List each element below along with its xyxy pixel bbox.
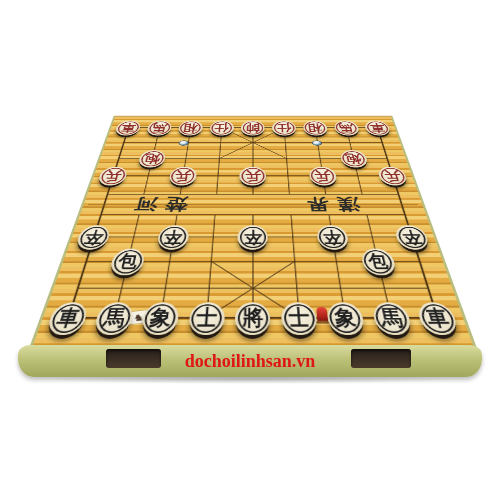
piece-black-horse[interactable]: 馬 bbox=[93, 302, 136, 335]
piece-ring: 卒 bbox=[158, 227, 187, 248]
piece-glyph: 象 bbox=[148, 307, 172, 328]
piece-black-cannon[interactable]: 包 bbox=[108, 248, 146, 275]
piece-glyph: 車 bbox=[424, 307, 452, 328]
piece-ring: 卒 bbox=[240, 227, 267, 248]
board-intersection bbox=[186, 274, 232, 302]
board-intersection bbox=[383, 204, 428, 225]
board-intersection: 兵 bbox=[164, 167, 202, 185]
board-intersection: 仕 bbox=[268, 121, 300, 135]
piece-black-elephant[interactable]: 象 bbox=[140, 302, 180, 335]
board-intersection bbox=[237, 135, 270, 150]
board-intersection bbox=[332, 135, 368, 150]
board-intersection bbox=[117, 204, 160, 225]
piece-ring: 卒 bbox=[318, 227, 347, 248]
piece-ring: 包 bbox=[111, 250, 144, 273]
piece-black-soldier[interactable]: 卒 bbox=[75, 225, 113, 249]
board-intersection bbox=[269, 150, 304, 167]
piece-ring: 馬 bbox=[148, 121, 172, 134]
board-intersection: 相 bbox=[174, 121, 207, 135]
board-intersection bbox=[314, 249, 360, 275]
piece-red-soldier[interactable]: 兵 bbox=[97, 167, 129, 186]
piece-glyph: 將 bbox=[242, 307, 263, 328]
board-intersection bbox=[301, 135, 336, 150]
board-intersection bbox=[204, 135, 238, 150]
board-intersection bbox=[274, 274, 320, 302]
board-intersection: 帥 bbox=[237, 121, 269, 135]
board-intersection bbox=[160, 185, 199, 204]
board-intersection bbox=[234, 204, 273, 225]
piece-black-soldier[interactable]: 卒 bbox=[393, 225, 431, 249]
piece-red-soldier[interactable]: 兵 bbox=[377, 167, 409, 186]
piece-red-chariot[interactable]: 車 bbox=[114, 120, 142, 135]
piece-red-horse[interactable]: 馬 bbox=[333, 120, 360, 135]
piece-glyph: 兵 bbox=[383, 170, 403, 182]
board-intersection bbox=[61, 249, 111, 275]
board-intersection bbox=[51, 274, 104, 302]
board-intersection bbox=[232, 249, 275, 275]
piece-glyph: 兵 bbox=[314, 170, 332, 182]
board-intersection bbox=[350, 226, 395, 249]
piece-black-soldier[interactable]: 卒 bbox=[238, 225, 269, 249]
piece-red-elephant[interactable]: 相 bbox=[302, 120, 328, 135]
board-intersection: 卒 bbox=[311, 226, 354, 249]
piece-black-advisor[interactable]: 士 bbox=[187, 302, 225, 335]
piece-red-chariot[interactable]: 車 bbox=[364, 120, 392, 135]
watermark-text: dochoilinhsan.vn bbox=[18, 351, 482, 372]
board-intersection bbox=[273, 249, 317, 275]
piece-ring: 相 bbox=[179, 121, 201, 134]
piece-red-horse[interactable]: 馬 bbox=[146, 120, 173, 135]
board-intersection: 卒 bbox=[151, 226, 194, 249]
piece-ring: 帥 bbox=[243, 121, 264, 134]
piece-ring: 將 bbox=[237, 304, 268, 333]
piece-glyph: 象 bbox=[333, 307, 357, 328]
piece-ring: 兵 bbox=[241, 168, 264, 184]
piece-glyph: 仕 bbox=[214, 123, 229, 133]
piece-black-advisor[interactable]: 士 bbox=[281, 302, 319, 335]
piece-ring: 兵 bbox=[99, 168, 127, 184]
board-intersection bbox=[272, 204, 312, 225]
board-intersection bbox=[364, 135, 401, 150]
board-intersection: 馬 bbox=[329, 121, 364, 135]
board-intersection bbox=[236, 150, 270, 167]
board-intersection: 車 bbox=[110, 121, 146, 135]
board-intersection: 兵 bbox=[235, 167, 271, 185]
piece-glyph: 車 bbox=[120, 123, 137, 133]
board-intersection: 兵 bbox=[373, 167, 414, 185]
board-intersection bbox=[138, 135, 174, 150]
piece-glyph: 馬 bbox=[338, 123, 354, 133]
piece-glyph: 包 bbox=[367, 253, 390, 270]
piece-red-general[interactable]: 帥 bbox=[241, 120, 265, 135]
board-intersection: 包 bbox=[355, 249, 403, 275]
piece-glyph: 馬 bbox=[379, 307, 405, 328]
piece-glyph: 車 bbox=[54, 307, 82, 328]
board-intersection bbox=[86, 185, 129, 204]
board-intersection bbox=[368, 150, 407, 167]
board-intersection: 車 bbox=[360, 121, 396, 135]
piece-red-soldier[interactable]: 兵 bbox=[168, 167, 197, 186]
board-intersection: 士 bbox=[275, 303, 324, 334]
piece-ring: 仕 bbox=[211, 121, 232, 134]
board-intersection: 馬 bbox=[142, 121, 177, 135]
board-intersection bbox=[269, 135, 303, 150]
piece-glyph: 卒 bbox=[163, 229, 183, 245]
piece-ring: 兵 bbox=[310, 168, 336, 184]
piece-glyph: 士 bbox=[195, 307, 218, 328]
board-intersection bbox=[346, 204, 389, 225]
board-intersection bbox=[339, 167, 378, 185]
piece-red-soldier[interactable]: 兵 bbox=[308, 167, 337, 186]
board-intersection bbox=[156, 204, 197, 225]
board-intersection: 相 bbox=[299, 121, 332, 135]
board-intersection: 炮 bbox=[133, 150, 170, 167]
board-intersection bbox=[309, 204, 350, 225]
board-intersection bbox=[146, 249, 192, 275]
piece-red-elephant[interactable]: 相 bbox=[177, 120, 203, 135]
board-intersection: 將 bbox=[229, 303, 276, 334]
board-intersection bbox=[192, 226, 234, 249]
piece-glyph: 卒 bbox=[322, 229, 342, 245]
piece-ring: 車 bbox=[116, 121, 141, 134]
piece-ring: 象 bbox=[328, 304, 363, 333]
piece-glyph: 卒 bbox=[244, 229, 262, 245]
piece-red-cannon[interactable]: 炮 bbox=[339, 150, 369, 167]
piece-ring: 馬 bbox=[373, 304, 410, 333]
board-intersection: 包 bbox=[104, 249, 152, 275]
board-intersection bbox=[96, 274, 147, 302]
board-intersection: 士 bbox=[182, 303, 231, 334]
piece-glyph: 炮 bbox=[143, 153, 161, 164]
board-intersection bbox=[105, 135, 142, 150]
board-intersection bbox=[111, 226, 156, 249]
piece-ring: 士 bbox=[190, 304, 223, 333]
board-intersection bbox=[271, 185, 309, 204]
piece-glyph: 卒 bbox=[401, 229, 424, 245]
board-intersection bbox=[197, 185, 235, 204]
piece-glyph: 相 bbox=[183, 123, 199, 133]
board-intersection: 炮 bbox=[335, 150, 372, 167]
piece-red-soldier[interactable]: 兵 bbox=[239, 167, 266, 186]
board-intersection: 象 bbox=[134, 303, 185, 334]
piece-black-chariot[interactable]: 車 bbox=[415, 302, 460, 335]
board-intersection: 仕 bbox=[205, 121, 237, 135]
board-intersection bbox=[202, 150, 237, 167]
board-intersection bbox=[272, 226, 314, 249]
piece-ring: 車 bbox=[48, 304, 87, 333]
board-intersection bbox=[141, 274, 189, 302]
board-intersection bbox=[128, 167, 167, 185]
board-intersection: 卒 bbox=[70, 226, 117, 249]
piece-glyph: 馬 bbox=[151, 123, 167, 133]
piece-red-advisor[interactable]: 仕 bbox=[209, 120, 234, 135]
piece-red-advisor[interactable]: 仕 bbox=[272, 120, 297, 135]
board-intersection: 卒 bbox=[389, 226, 436, 249]
piece-ring: 包 bbox=[362, 250, 395, 273]
piece-ring: 相 bbox=[304, 121, 326, 134]
piece-ring: 兵 bbox=[170, 168, 196, 184]
board-intersection bbox=[195, 204, 235, 225]
board-intersection: 兵 bbox=[93, 167, 134, 185]
board-intersection bbox=[342, 185, 383, 204]
piece-black-elephant[interactable]: 象 bbox=[326, 302, 366, 335]
piece-ring: 馬 bbox=[335, 121, 359, 134]
piece-glyph: 兵 bbox=[103, 170, 123, 182]
board-intersection: 兵 bbox=[304, 167, 342, 185]
piece-red-cannon[interactable]: 炮 bbox=[137, 150, 167, 167]
board-intersection bbox=[167, 150, 203, 167]
board-intersection bbox=[395, 249, 445, 275]
board-intersection bbox=[171, 135, 206, 150]
board-intersection bbox=[317, 274, 365, 302]
board-intersection: 卒 bbox=[233, 226, 274, 249]
board-intersection bbox=[123, 185, 164, 204]
board-intersection bbox=[306, 185, 345, 204]
piece-glyph: 包 bbox=[116, 253, 139, 270]
board-intersection bbox=[189, 249, 233, 275]
piece-black-soldier[interactable]: 卒 bbox=[156, 225, 190, 249]
piece-ring: 車 bbox=[418, 304, 457, 333]
board-intersection: 馬 bbox=[87, 303, 141, 334]
piece-black-horse[interactable]: 馬 bbox=[371, 302, 414, 335]
piece-glyph: 帥 bbox=[246, 123, 260, 133]
piece-glyph: 馬 bbox=[101, 307, 127, 328]
piece-black-soldier[interactable]: 卒 bbox=[316, 225, 350, 249]
board-intersection bbox=[234, 185, 271, 204]
board-intersection bbox=[99, 150, 138, 167]
piece-ring: 馬 bbox=[96, 304, 133, 333]
piece-ring: 象 bbox=[143, 304, 178, 333]
board-intersection: 象 bbox=[320, 303, 371, 334]
piece-ring: 炮 bbox=[341, 151, 367, 166]
piece-glyph: 炮 bbox=[345, 153, 363, 164]
piece-glyph: 兵 bbox=[245, 170, 261, 182]
board-intersection bbox=[378, 185, 421, 204]
product-photo-scene: 楚河 漢界 ♞ 車馬相仕帥仕相馬車炮炮兵兵兵兵兵卒卒卒卒卒包包車馬象士將士象馬車… bbox=[0, 0, 500, 500]
piece-ring: 仕 bbox=[274, 121, 295, 134]
piece-glyph: 仕 bbox=[277, 123, 292, 133]
piece-glyph: 兵 bbox=[174, 170, 192, 182]
piece-ring: 卒 bbox=[77, 227, 110, 248]
piece-glyph: 卒 bbox=[82, 229, 105, 245]
piece-ring: 炮 bbox=[139, 151, 165, 166]
board-intersection bbox=[270, 167, 306, 185]
board-intersection bbox=[78, 204, 123, 225]
board-intersection bbox=[302, 150, 338, 167]
piece-black-general[interactable]: 將 bbox=[235, 302, 271, 335]
piece-glyph: 車 bbox=[369, 123, 386, 133]
piece-black-chariot[interactable]: 車 bbox=[45, 302, 90, 335]
piece-ring: 車 bbox=[365, 121, 390, 134]
piece-ring: 士 bbox=[283, 304, 316, 333]
board-intersection bbox=[231, 274, 276, 302]
board-front-edge: dochoilinhsan.vn bbox=[18, 345, 482, 377]
piece-glyph: 相 bbox=[308, 123, 324, 133]
piece-black-cannon[interactable]: 包 bbox=[359, 248, 397, 275]
board-intersection bbox=[200, 167, 236, 185]
piece-glyph: 士 bbox=[288, 307, 311, 328]
piece-ring: 兵 bbox=[379, 168, 407, 184]
piece-ring: 卒 bbox=[396, 227, 429, 248]
xiangqi-board: 楚河 漢界 ♞ 車馬相仕帥仕相馬車炮炮兵兵兵兵兵卒卒卒卒卒包包車馬象士將士象馬車 bbox=[28, 116, 478, 351]
